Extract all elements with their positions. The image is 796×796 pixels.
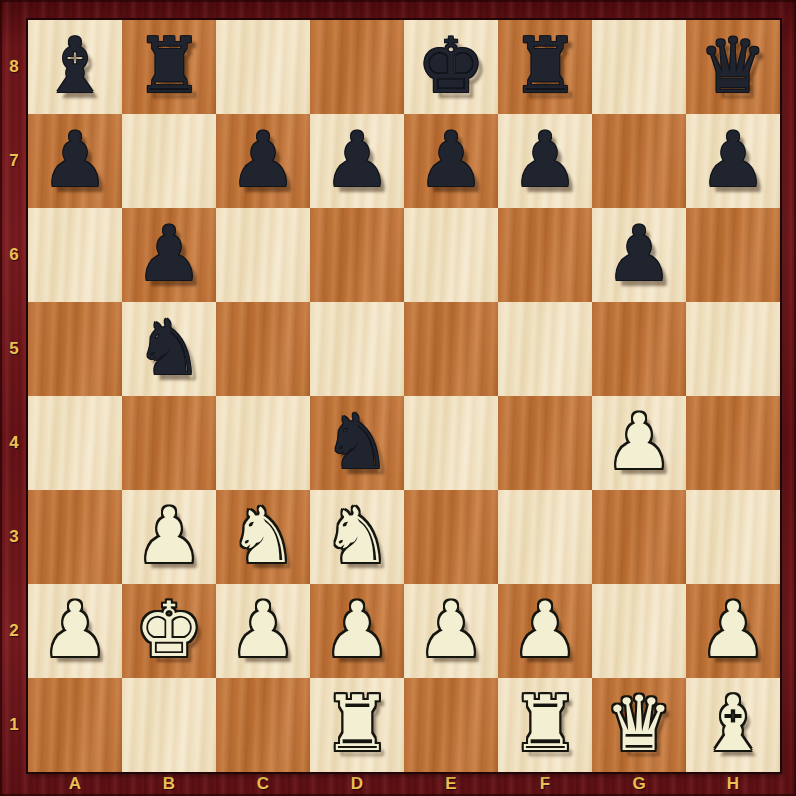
square-d4[interactable]: ♞ [310, 396, 404, 490]
chess-board: ♝♜♚♜♛♟♟♟♟♟♟♟♟♞♞♟♟♞♞♟♚♟♟♟♟♟♜♜♛♝ [28, 20, 780, 772]
square-d6[interactable] [310, 208, 404, 302]
white-knight: ♞ [216, 490, 310, 584]
square-b2[interactable]: ♚ [122, 584, 216, 678]
rank-label-5: 5 [0, 302, 28, 396]
square-b1[interactable] [122, 678, 216, 772]
white-rook: ♜ [498, 678, 592, 772]
square-a1[interactable] [28, 678, 122, 772]
square-b5[interactable]: ♞ [122, 302, 216, 396]
square-g7[interactable] [592, 114, 686, 208]
white-knight: ♞ [310, 490, 404, 584]
square-d8[interactable] [310, 20, 404, 114]
rank-label-7: 7 [0, 114, 28, 208]
black-rook: ♜ [498, 20, 592, 114]
square-h3[interactable] [686, 490, 780, 584]
square-c3[interactable]: ♞ [216, 490, 310, 584]
square-c5[interactable] [216, 302, 310, 396]
square-c4[interactable] [216, 396, 310, 490]
white-pawn: ♟ [310, 584, 404, 678]
square-a7[interactable]: ♟ [28, 114, 122, 208]
board-frame: 87654321 ABCDEFGH ♝♜♚♜♛♟♟♟♟♟♟♟♟♞♞♟♟♞♞♟♚♟… [0, 0, 796, 796]
square-c2[interactable]: ♟ [216, 584, 310, 678]
square-d2[interactable]: ♟ [310, 584, 404, 678]
square-g3[interactable] [592, 490, 686, 584]
black-knight: ♞ [122, 302, 216, 396]
black-pawn: ♟ [592, 208, 686, 302]
square-f3[interactable] [498, 490, 592, 584]
square-c7[interactable]: ♟ [216, 114, 310, 208]
black-pawn: ♟ [28, 114, 122, 208]
square-h8[interactable]: ♛ [686, 20, 780, 114]
square-e3[interactable] [404, 490, 498, 584]
square-h1[interactable]: ♝ [686, 678, 780, 772]
square-b3[interactable]: ♟ [122, 490, 216, 584]
square-e4[interactable] [404, 396, 498, 490]
square-d3[interactable]: ♞ [310, 490, 404, 584]
square-g1[interactable]: ♛ [592, 678, 686, 772]
square-f6[interactable] [498, 208, 592, 302]
file-label-b: B [122, 772, 216, 796]
square-e6[interactable] [404, 208, 498, 302]
square-f7[interactable]: ♟ [498, 114, 592, 208]
square-f4[interactable] [498, 396, 592, 490]
square-a4[interactable] [28, 396, 122, 490]
black-king: ♚ [404, 20, 498, 114]
square-f5[interactable] [498, 302, 592, 396]
square-a6[interactable] [28, 208, 122, 302]
square-f2[interactable]: ♟ [498, 584, 592, 678]
square-d5[interactable] [310, 302, 404, 396]
file-label-d: D [310, 772, 404, 796]
white-pawn: ♟ [498, 584, 592, 678]
square-b4[interactable] [122, 396, 216, 490]
square-c1[interactable] [216, 678, 310, 772]
black-pawn: ♟ [686, 114, 780, 208]
rank-labels: 87654321 [0, 20, 28, 772]
file-labels: ABCDEFGH [28, 772, 780, 796]
file-label-g: G [592, 772, 686, 796]
black-queen: ♛ [686, 20, 780, 114]
square-a3[interactable] [28, 490, 122, 584]
square-h7[interactable]: ♟ [686, 114, 780, 208]
black-pawn: ♟ [498, 114, 592, 208]
rank-label-2: 2 [0, 584, 28, 678]
white-king: ♚ [122, 584, 216, 678]
black-knight: ♞ [310, 396, 404, 490]
square-h4[interactable] [686, 396, 780, 490]
rank-label-3: 3 [0, 490, 28, 584]
square-g6[interactable]: ♟ [592, 208, 686, 302]
black-pawn: ♟ [122, 208, 216, 302]
square-f8[interactable]: ♜ [498, 20, 592, 114]
file-label-h: H [686, 772, 780, 796]
square-e5[interactable] [404, 302, 498, 396]
white-queen: ♛ [592, 678, 686, 772]
square-h6[interactable] [686, 208, 780, 302]
square-g2[interactable] [592, 584, 686, 678]
square-d1[interactable]: ♜ [310, 678, 404, 772]
white-rook: ♜ [310, 678, 404, 772]
black-pawn: ♟ [310, 114, 404, 208]
black-pawn: ♟ [404, 114, 498, 208]
square-b6[interactable]: ♟ [122, 208, 216, 302]
square-a5[interactable] [28, 302, 122, 396]
square-c6[interactable] [216, 208, 310, 302]
rank-label-8: 8 [0, 20, 28, 114]
square-a2[interactable]: ♟ [28, 584, 122, 678]
white-pawn: ♟ [592, 396, 686, 490]
white-pawn: ♟ [28, 584, 122, 678]
square-a8[interactable]: ♝ [28, 20, 122, 114]
white-bishop: ♝ [686, 678, 780, 772]
square-g4[interactable]: ♟ [592, 396, 686, 490]
square-g5[interactable] [592, 302, 686, 396]
black-pawn: ♟ [216, 114, 310, 208]
square-b8[interactable]: ♜ [122, 20, 216, 114]
square-f1[interactable]: ♜ [498, 678, 592, 772]
square-h5[interactable] [686, 302, 780, 396]
square-e7[interactable]: ♟ [404, 114, 498, 208]
square-e1[interactable] [404, 678, 498, 772]
square-d7[interactable]: ♟ [310, 114, 404, 208]
square-e2[interactable]: ♟ [404, 584, 498, 678]
file-label-a: A [28, 772, 122, 796]
white-pawn: ♟ [122, 490, 216, 584]
square-c8[interactable] [216, 20, 310, 114]
square-h2[interactable]: ♟ [686, 584, 780, 678]
square-e8[interactable]: ♚ [404, 20, 498, 114]
white-pawn: ♟ [404, 584, 498, 678]
file-label-e: E [404, 772, 498, 796]
black-bishop: ♝ [28, 20, 122, 114]
square-b7[interactable] [122, 114, 216, 208]
square-g8[interactable] [592, 20, 686, 114]
black-rook: ♜ [122, 20, 216, 114]
white-pawn: ♟ [686, 584, 780, 678]
rank-label-1: 1 [0, 678, 28, 772]
file-label-c: C [216, 772, 310, 796]
white-pawn: ♟ [216, 584, 310, 678]
file-label-f: F [498, 772, 592, 796]
rank-label-4: 4 [0, 396, 28, 490]
rank-label-6: 6 [0, 208, 28, 302]
